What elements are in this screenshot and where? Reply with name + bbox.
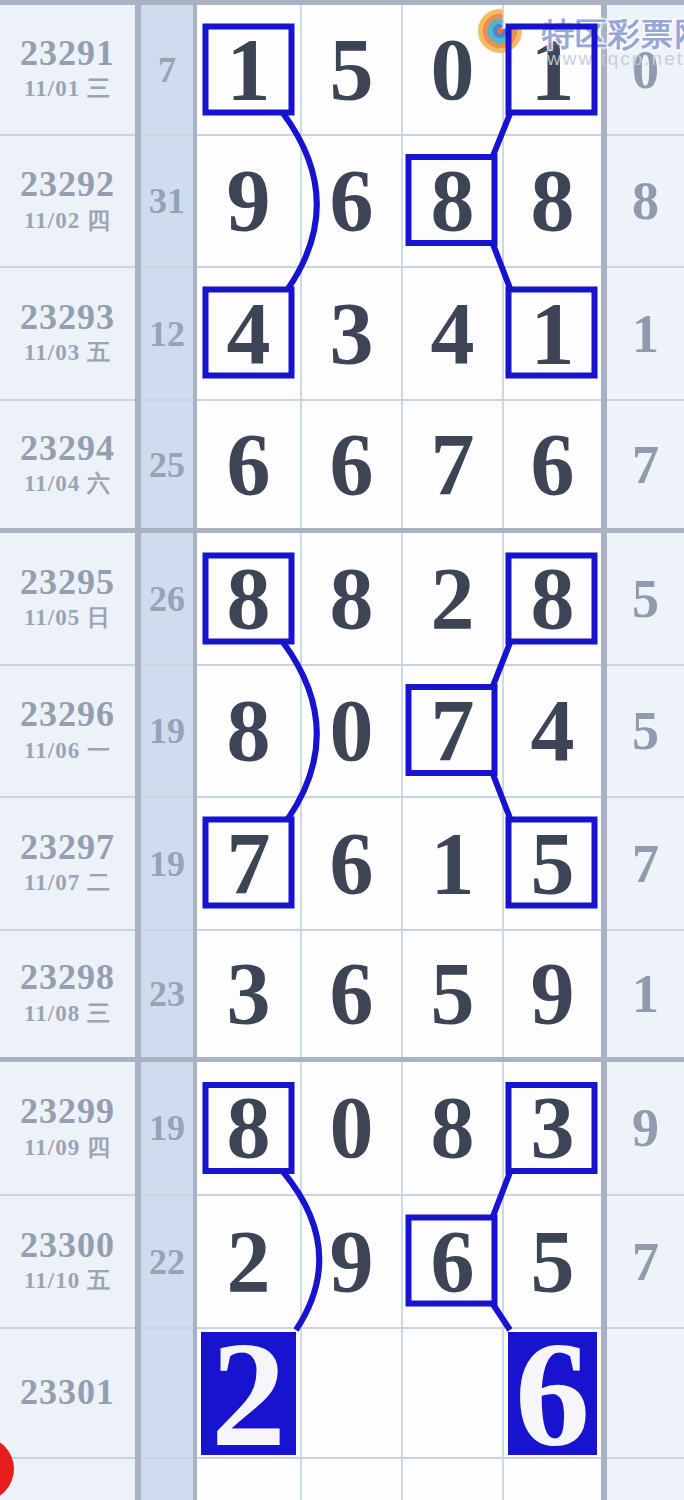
- digit-cell: 8: [300, 533, 401, 664]
- drawn-digit: 8: [227, 555, 271, 643]
- sum-cell: 31: [141, 134, 193, 266]
- draw-period: 23298: [20, 959, 115, 997]
- draw-date: 11/01 三: [24, 73, 111, 104]
- tail-digit-cell: 5: [607, 664, 684, 796]
- drawn-digit: 4: [227, 290, 271, 378]
- draw-date: 11/07 二: [24, 867, 111, 898]
- digit-cell: 4: [401, 266, 502, 399]
- draw-date: 11/08 三: [24, 998, 111, 1029]
- drawn-digit: 6: [330, 820, 374, 908]
- draw-period: 23301: [20, 1374, 115, 1412]
- digit-cell: 2: [401, 533, 502, 664]
- sum-cell: 25: [141, 399, 193, 528]
- period-cell: 2329811/08 三: [0, 929, 135, 1057]
- digit-cell: 8: [401, 134, 502, 266]
- drawn-digit: 5: [531, 1218, 575, 1306]
- site-logo[interactable]: 特区彩票网 www.tqcp.net: [468, 0, 684, 74]
- drawn-digit: 5: [330, 26, 374, 114]
- draw-period: 23295: [20, 564, 115, 602]
- digit-cell: 1: [502, 266, 601, 399]
- sum-cell: 23: [141, 929, 193, 1057]
- digit-cell: 6: [197, 399, 300, 528]
- digit-cell: 9: [502, 929, 601, 1057]
- drawn-digit: 1: [227, 26, 271, 114]
- empty-next-row-cell: [197, 1457, 300, 1500]
- digit-cell: 6: [502, 399, 601, 528]
- sum-cell: 19: [141, 1062, 193, 1194]
- drawn-digit: 1: [531, 290, 575, 378]
- draw-period: 23291: [20, 35, 115, 73]
- drawn-digit: 4: [431, 290, 475, 378]
- draw-period: 23293: [20, 299, 115, 337]
- digit-cell: 8: [197, 1062, 300, 1194]
- digit-cell: 6: [502, 1327, 601, 1457]
- digit-cell: 5: [300, 5, 401, 134]
- digit-cell: 6: [300, 929, 401, 1057]
- sum-cell: 19: [141, 664, 193, 796]
- trend-grid: 2329111/01 三7150102329211/02 四3196888232…: [0, 0, 684, 1500]
- drawn-digit: 0: [330, 1084, 374, 1172]
- drawn-digit: 2: [431, 555, 475, 643]
- sum-cell: 26: [141, 533, 193, 664]
- period-cell: 2329311/03 五: [0, 266, 135, 399]
- digit-cell: 2: [197, 1327, 300, 1457]
- sum-cell: 22: [141, 1194, 193, 1327]
- drawn-digit: 8: [531, 555, 575, 643]
- draw-period: 23297: [20, 829, 115, 867]
- digit-cell: 6: [300, 399, 401, 528]
- drawn-digit: 8: [227, 1084, 271, 1172]
- drawn-digit: 8: [531, 157, 575, 245]
- digit-cell: 1: [401, 796, 502, 929]
- drawn-digit: 2: [227, 1218, 271, 1306]
- drawn-digit: 3: [227, 950, 271, 1038]
- drawn-digit: 4: [531, 687, 575, 775]
- digit-cell: 3: [300, 266, 401, 399]
- drawn-digit: 7: [431, 421, 475, 509]
- tail-digit-cell: 8: [607, 134, 684, 266]
- digit-cell: 9: [197, 134, 300, 266]
- tail-digit-cell: 1: [607, 929, 684, 1057]
- digit-cell: [300, 1327, 401, 1457]
- predicted-digit: 6: [515, 1334, 590, 1454]
- drawn-digit: 6: [330, 157, 374, 245]
- draw-date: 11/03 五: [24, 337, 111, 368]
- digit-cell: 6: [300, 134, 401, 266]
- period-cell: 2329611/06 一: [0, 664, 135, 796]
- lottery-trend-board: 2329111/01 三7150102329211/02 四3196888232…: [0, 0, 684, 1500]
- period-cell: 2329711/07 二: [0, 796, 135, 929]
- digit-cell: 8: [197, 533, 300, 664]
- drawn-digit: 8: [330, 555, 374, 643]
- drawn-digit: 6: [330, 421, 374, 509]
- digit-cell: 8: [401, 1062, 502, 1194]
- drawn-digit: 6: [431, 1218, 475, 1306]
- sum-cell: [141, 1327, 193, 1457]
- drawn-digit: 8: [431, 1084, 475, 1172]
- digit-cell: 3: [502, 1062, 601, 1194]
- draw-period: 23300: [20, 1227, 115, 1265]
- empty-next-row-cell: [0, 1457, 135, 1500]
- drawn-digit: 9: [330, 1218, 374, 1306]
- drawn-digit: 5: [531, 820, 575, 908]
- drawn-digit: 6: [531, 421, 575, 509]
- predicted-digit: 2: [211, 1334, 286, 1454]
- digit-cell: 5: [502, 796, 601, 929]
- period-cell: 2329211/02 四: [0, 134, 135, 266]
- drawn-digit: 8: [431, 157, 475, 245]
- empty-next-row-cell: [300, 1457, 401, 1500]
- empty-next-row-cell: [607, 1457, 684, 1500]
- drawn-digit: 8: [227, 687, 271, 775]
- digit-cell: 4: [197, 266, 300, 399]
- draw-period: 23299: [20, 1093, 115, 1131]
- draw-date: 11/06 一: [24, 735, 111, 766]
- tail-digit-cell: 5: [607, 533, 684, 664]
- period-cell: 23301: [0, 1327, 135, 1457]
- digit-cell: 6: [401, 1194, 502, 1327]
- tail-digit-cell: [607, 1327, 684, 1457]
- sum-cell: 19: [141, 796, 193, 929]
- digit-cell: 9: [300, 1194, 401, 1327]
- tail-digit-cell: 1: [607, 266, 684, 399]
- drawn-digit: 7: [431, 687, 475, 775]
- digit-cell: [401, 1327, 502, 1457]
- draw-date: 11/04 六: [24, 468, 111, 499]
- drawn-digit: 3: [330, 290, 374, 378]
- digit-cell: 4: [502, 664, 601, 796]
- digit-cell: 8: [502, 134, 601, 266]
- digit-cell: 3: [197, 929, 300, 1057]
- digit-cell: 2: [197, 1194, 300, 1327]
- draw-period: 23296: [20, 696, 115, 734]
- drawn-digit: 3: [531, 1084, 575, 1172]
- drawn-digit: 9: [227, 157, 271, 245]
- empty-next-row-cell: [401, 1457, 502, 1500]
- empty-next-row-cell: [141, 1457, 193, 1500]
- period-cell: 2329111/01 三: [0, 5, 135, 134]
- draw-date: 11/10 五: [24, 1265, 111, 1296]
- period-cell: 2329911/09 四: [0, 1062, 135, 1194]
- drawn-digit: 6: [330, 950, 374, 1038]
- drawn-digit: 5: [431, 950, 475, 1038]
- period-cell: 2330011/10 五: [0, 1194, 135, 1327]
- drawn-digit: 7: [227, 820, 271, 908]
- digit-cell: 7: [197, 796, 300, 929]
- drawn-digit: 9: [531, 950, 575, 1038]
- digit-cell: 6: [300, 796, 401, 929]
- drawn-digit: 1: [431, 820, 475, 908]
- draw-date: 11/02 四: [24, 205, 111, 236]
- tail-digit-cell: 7: [607, 1194, 684, 1327]
- draw-period: 23292: [20, 166, 115, 204]
- drawn-digit: 0: [330, 687, 374, 775]
- digit-cell: 5: [502, 1194, 601, 1327]
- period-cell: 2329411/04 六: [0, 399, 135, 528]
- digit-cell: 0: [300, 1062, 401, 1194]
- predicted-cell: 6: [508, 1332, 597, 1455]
- empty-next-row-cell: [502, 1457, 601, 1500]
- draw-date: 11/05 日: [24, 602, 111, 633]
- logo-swirl-icon: [477, 8, 523, 54]
- digit-cell: 7: [401, 399, 502, 528]
- digit-cell: 8: [197, 664, 300, 796]
- digit-cell: 5: [401, 929, 502, 1057]
- tail-digit-cell: 7: [607, 796, 684, 929]
- sum-cell: 7: [141, 5, 193, 134]
- predicted-cell: 2: [201, 1332, 296, 1455]
- draw-date: 11/09 四: [24, 1132, 111, 1163]
- draw-period: 23294: [20, 430, 115, 468]
- site-watermark: www.tqcp.net: [547, 48, 684, 70]
- sum-cell: 12: [141, 266, 193, 399]
- period-cell: 2329511/05 日: [0, 533, 135, 664]
- tail-digit-cell: 9: [607, 1062, 684, 1194]
- digit-cell: 1: [197, 5, 300, 134]
- digit-cell: 7: [401, 664, 502, 796]
- drawn-digit: 6: [227, 421, 271, 509]
- digit-cell: 0: [300, 664, 401, 796]
- digit-cell: 8: [502, 533, 601, 664]
- tail-digit-cell: 7: [607, 399, 684, 528]
